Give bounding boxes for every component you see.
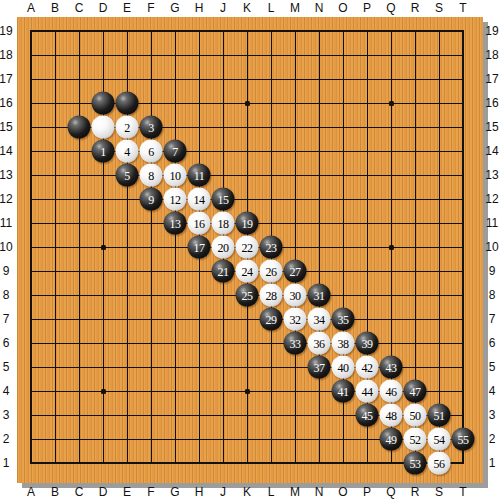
move-number: 28 (266, 289, 277, 301)
stone-black-n5[interactable]: 37 (308, 356, 331, 379)
coord-right-5: 5 (484, 360, 500, 374)
stone-white-f14[interactable]: 6 (140, 140, 163, 163)
move-number: 55 (458, 433, 469, 445)
setup-stone-black-d16[interactable] (92, 92, 115, 115)
coord-top-S: S (429, 1, 449, 15)
coord-bottom-A: A (21, 485, 41, 499)
stone-black-p6[interactable]: 39 (356, 332, 379, 355)
coord-right-13: 13 (484, 168, 500, 182)
coord-top-A: A (21, 1, 41, 15)
coord-top-M: M (285, 1, 305, 15)
coord-bottom-E: E (117, 485, 137, 499)
move-number: 1 (100, 145, 106, 157)
stone-white-h11[interactable]: 16 (188, 212, 211, 235)
coord-left-7: 7 (0, 312, 14, 326)
stone-black-r1[interactable]: 53 (404, 452, 427, 475)
coord-bottom-G: G (165, 485, 185, 499)
coord-right-19: 19 (484, 24, 500, 38)
move-number: 47 (410, 385, 421, 397)
coord-left-9: 9 (0, 264, 14, 278)
coord-left-17: 17 (0, 72, 14, 86)
move-number: 13 (170, 217, 181, 229)
move-number: 15 (218, 193, 229, 205)
move-number: 52 (410, 433, 421, 445)
move-number: 33 (290, 337, 301, 349)
stone-white-q4[interactable]: 46 (380, 380, 403, 403)
coord-left-6: 6 (0, 336, 14, 350)
stone-white-s2[interactable]: 54 (428, 428, 451, 451)
move-number: 17 (194, 241, 205, 253)
setup-stone-black-c15[interactable] (68, 116, 91, 139)
stone-white-n6[interactable]: 36 (308, 332, 331, 355)
move-number: 51 (434, 409, 445, 421)
move-number: 36 (314, 337, 325, 349)
coord-bottom-P: P (357, 485, 377, 499)
coord-right-15: 15 (484, 120, 500, 134)
move-number: 11 (194, 169, 205, 181)
move-number: 45 (362, 409, 373, 421)
coord-bottom-L: L (261, 485, 281, 499)
move-number: 2 (124, 121, 130, 133)
coord-bottom-D: D (93, 485, 113, 499)
coord-top-Q: Q (381, 1, 401, 15)
move-number: 34 (314, 313, 325, 325)
move-number: 12 (170, 193, 181, 205)
move-number: 27 (290, 265, 301, 277)
stone-black-f12[interactable]: 9 (140, 188, 163, 211)
stone-black-g11[interactable]: 13 (164, 212, 187, 235)
stone-black-q2[interactable]: 49 (380, 428, 403, 451)
stone-white-n7[interactable]: 34 (308, 308, 331, 331)
star-point-D4 (101, 389, 106, 394)
stone-black-k11[interactable]: 19 (236, 212, 259, 235)
stone-white-j11[interactable]: 18 (212, 212, 235, 235)
coord-left-3: 3 (0, 408, 14, 422)
coord-right-7: 7 (484, 312, 500, 326)
coord-left-18: 18 (0, 48, 14, 62)
move-number: 6 (148, 145, 154, 157)
stone-black-p3[interactable]: 45 (356, 404, 379, 427)
stone-white-m8[interactable]: 30 (284, 284, 307, 307)
coord-top-L: L (261, 1, 281, 15)
move-number: 20 (218, 241, 229, 253)
coord-bottom-N: N (309, 485, 329, 499)
coord-bottom-C: C (69, 485, 89, 499)
move-number: 42 (362, 361, 373, 373)
stone-black-s3[interactable]: 51 (428, 404, 451, 427)
move-number: 19 (242, 217, 253, 229)
coord-right-17: 17 (484, 72, 500, 86)
coord-top-N: N (309, 1, 329, 15)
coord-bottom-H: H (189, 485, 209, 499)
move-number: 9 (148, 193, 154, 205)
stone-black-e13[interactable]: 5 (116, 164, 139, 187)
coord-right-6: 6 (484, 336, 500, 350)
move-number: 38 (338, 337, 349, 349)
coord-bottom-S: S (429, 485, 449, 499)
coord-left-12: 12 (0, 192, 14, 206)
coord-bottom-K: K (237, 485, 257, 499)
stone-white-k9[interactable]: 24 (236, 260, 259, 283)
coord-right-12: 12 (484, 192, 500, 206)
stone-black-j12[interactable]: 15 (212, 188, 235, 211)
coord-right-10: 10 (484, 240, 500, 254)
coord-left-8: 8 (0, 288, 14, 302)
coord-top-H: H (189, 1, 209, 15)
stone-black-h13[interactable]: 11 (188, 164, 211, 187)
coord-right-18: 18 (484, 48, 500, 62)
stone-black-r4[interactable]: 47 (404, 380, 427, 403)
coord-top-G: G (165, 1, 185, 15)
move-number: 48 (386, 409, 397, 421)
move-number: 31 (314, 289, 325, 301)
setup-stone-black-e16[interactable] (116, 92, 139, 115)
move-number: 44 (362, 385, 373, 397)
star-point-K16 (245, 101, 250, 106)
stone-white-l9[interactable]: 26 (260, 260, 283, 283)
coord-left-14: 14 (0, 144, 14, 158)
move-number: 18 (218, 217, 229, 229)
coord-top-F: F (141, 1, 161, 15)
stone-white-g13[interactable]: 10 (164, 164, 187, 187)
stone-white-p5[interactable]: 42 (356, 356, 379, 379)
coord-right-4: 4 (484, 384, 500, 398)
stone-black-k8[interactable]: 25 (236, 284, 259, 307)
stone-white-j10[interactable]: 20 (212, 236, 235, 259)
coord-right-8: 8 (484, 288, 500, 302)
stone-black-g14[interactable]: 7 (164, 140, 187, 163)
move-number: 24 (242, 265, 253, 277)
coord-left-4: 4 (0, 384, 14, 398)
coord-left-5: 5 (0, 360, 14, 374)
coord-left-19: 19 (0, 24, 14, 38)
coord-bottom-M: M (285, 485, 305, 499)
stone-white-g12[interactable]: 12 (164, 188, 187, 211)
move-number: 7 (172, 145, 178, 157)
move-number: 56 (434, 457, 445, 469)
coord-top-R: R (405, 1, 425, 15)
move-number: 3 (148, 121, 154, 133)
move-number: 41 (338, 385, 349, 397)
coord-right-14: 14 (484, 144, 500, 158)
move-number: 4 (124, 145, 130, 157)
stone-black-l10[interactable]: 23 (260, 236, 283, 259)
move-number: 32 (290, 313, 301, 325)
stone-black-m9[interactable]: 27 (284, 260, 307, 283)
move-number: 22 (242, 241, 253, 253)
coord-bottom-T: T (453, 485, 473, 499)
coord-top-D: D (93, 1, 113, 15)
move-number: 5 (124, 169, 130, 181)
stone-black-t2[interactable]: 55 (452, 428, 475, 451)
stone-white-m7[interactable]: 32 (284, 308, 307, 331)
move-number: 40 (338, 361, 349, 373)
stone-white-o6[interactable]: 38 (332, 332, 355, 355)
stone-white-r3[interactable]: 50 (404, 404, 427, 427)
coord-right-1: 1 (484, 456, 500, 470)
stone-black-j9[interactable]: 21 (212, 260, 235, 283)
move-number: 16 (194, 217, 205, 229)
stone-black-q5[interactable]: 43 (380, 356, 403, 379)
stone-white-s1[interactable]: 56 (428, 452, 451, 475)
move-number: 35 (338, 313, 349, 325)
stone-white-e15[interactable]: 2 (116, 116, 139, 139)
stone-black-o7[interactable]: 35 (332, 308, 355, 331)
stone-black-n8[interactable]: 31 (308, 284, 331, 307)
move-number: 50 (410, 409, 421, 421)
coord-bottom-O: O (333, 485, 353, 499)
stone-white-p4[interactable]: 44 (356, 380, 379, 403)
move-number: 23 (266, 241, 277, 253)
stone-black-h10[interactable]: 17 (188, 236, 211, 259)
move-number: 53 (410, 457, 421, 469)
coord-right-9: 9 (484, 264, 500, 278)
coord-top-J: J (213, 1, 233, 15)
move-number: 21 (218, 265, 229, 277)
stone-white-r2[interactable]: 52 (404, 428, 427, 451)
coord-right-3: 3 (484, 408, 500, 422)
coord-left-15: 15 (0, 120, 14, 134)
coord-right-16: 16 (484, 96, 500, 110)
move-number: 37 (314, 361, 325, 373)
star-point-Q10 (389, 245, 394, 250)
coord-left-13: 13 (0, 168, 14, 182)
move-number: 49 (386, 433, 397, 445)
move-number: 54 (434, 433, 445, 445)
star-point-Q16 (389, 101, 394, 106)
coord-right-11: 11 (484, 216, 500, 230)
star-point-D10 (101, 245, 106, 250)
stone-white-f13[interactable]: 8 (140, 164, 163, 187)
stone-white-k10[interactable]: 22 (236, 236, 259, 259)
move-number: 30 (290, 289, 301, 301)
star-point-K4 (245, 389, 250, 394)
move-number: 29 (266, 313, 277, 325)
coord-left-2: 2 (0, 432, 14, 446)
move-number: 8 (148, 169, 154, 181)
stone-white-o5[interactable]: 40 (332, 356, 355, 379)
go-diagram: AABBCCDDEEFFGGHHJJKKLLMMNNOOPPQQRRSSTT19… (0, 0, 500, 500)
setup-stone-white-d15[interactable] (92, 116, 115, 139)
coord-left-1: 1 (0, 456, 14, 470)
move-number: 26 (266, 265, 277, 277)
coord-top-E: E (117, 1, 137, 15)
coord-left-11: 11 (0, 216, 14, 230)
move-number: 46 (386, 385, 397, 397)
stone-black-d14[interactable]: 1 (92, 140, 115, 163)
coord-top-C: C (69, 1, 89, 15)
coord-top-B: B (45, 1, 65, 15)
coord-left-10: 10 (0, 240, 14, 254)
coord-bottom-J: J (213, 485, 233, 499)
coord-top-K: K (237, 1, 257, 15)
stone-black-l7[interactable]: 29 (260, 308, 283, 331)
coord-left-16: 16 (0, 96, 14, 110)
stone-black-o4[interactable]: 41 (332, 380, 355, 403)
coord-bottom-F: F (141, 485, 161, 499)
stone-black-f15[interactable]: 3 (140, 116, 163, 139)
coord-top-T: T (453, 1, 473, 15)
coord-bottom-R: R (405, 485, 425, 499)
move-number: 14 (194, 193, 205, 205)
coord-top-P: P (357, 1, 377, 15)
stone-white-e14[interactable]: 4 (116, 140, 139, 163)
coord-right-2: 2 (484, 432, 500, 446)
stone-white-l8[interactable]: 28 (260, 284, 283, 307)
move-number: 10 (170, 169, 181, 181)
stone-black-m6[interactable]: 33 (284, 332, 307, 355)
coord-bottom-Q: Q (381, 485, 401, 499)
coord-top-O: O (333, 1, 353, 15)
move-number: 39 (362, 337, 373, 349)
move-number: 43 (386, 361, 397, 373)
coord-bottom-B: B (45, 485, 65, 499)
stone-white-h12[interactable]: 14 (188, 188, 211, 211)
move-number: 25 (242, 289, 253, 301)
stone-white-q3[interactable]: 48 (380, 404, 403, 427)
